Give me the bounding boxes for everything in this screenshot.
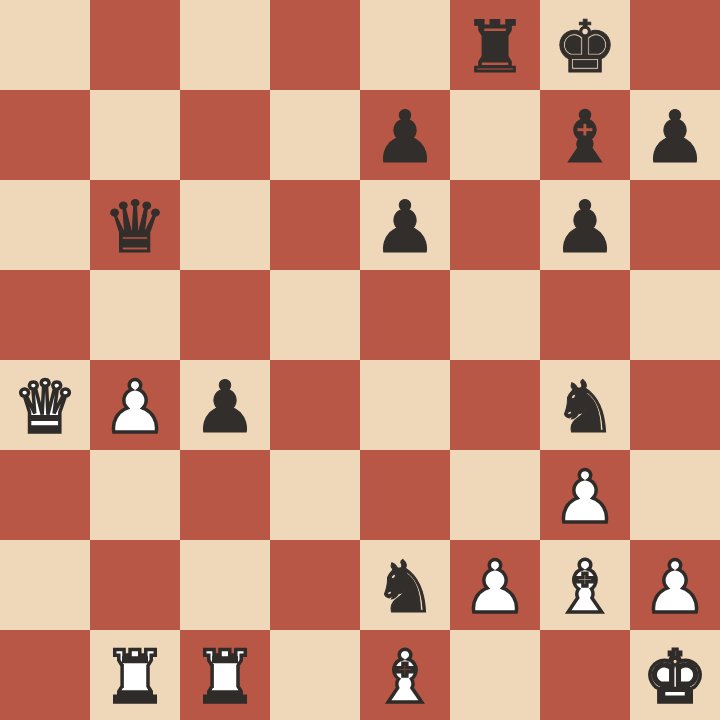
square-g1[interactable] — [540, 630, 630, 720]
square-h5[interactable] — [630, 270, 720, 360]
square-f4[interactable] — [450, 360, 540, 450]
square-a2[interactable] — [0, 540, 90, 630]
square-b3[interactable] — [90, 450, 180, 540]
square-f1[interactable] — [450, 630, 540, 720]
square-a8[interactable] — [0, 0, 90, 90]
square-c2[interactable] — [180, 540, 270, 630]
piece-black-rook-f8[interactable]: ♜︎ — [463, 2, 528, 92]
square-g4[interactable]: ♞︎ — [540, 360, 630, 450]
square-g3[interactable]: ♟︎ — [540, 450, 630, 540]
square-e4[interactable] — [360, 360, 450, 450]
square-f8[interactable]: ♜︎ — [450, 0, 540, 90]
square-f5[interactable] — [450, 270, 540, 360]
square-f2[interactable]: ♟︎ — [450, 540, 540, 630]
square-b6[interactable]: ♛︎ — [90, 180, 180, 270]
piece-black-pawn-g6[interactable]: ♟︎ — [553, 182, 618, 272]
square-e3[interactable] — [360, 450, 450, 540]
square-f3[interactable] — [450, 450, 540, 540]
square-c3[interactable] — [180, 450, 270, 540]
square-c6[interactable] — [180, 180, 270, 270]
square-h1[interactable]: ♚︎ — [630, 630, 720, 720]
square-e1[interactable]: ♝︎ — [360, 630, 450, 720]
square-d3[interactable] — [270, 450, 360, 540]
piece-white-rook-b1[interactable]: ♜︎ — [103, 632, 168, 720]
square-b7[interactable] — [90, 90, 180, 180]
square-b2[interactable] — [90, 540, 180, 630]
piece-black-pawn-e6[interactable]: ♟︎ — [373, 182, 438, 272]
square-h6[interactable] — [630, 180, 720, 270]
square-c5[interactable] — [180, 270, 270, 360]
square-d1[interactable] — [270, 630, 360, 720]
square-b1[interactable]: ♜︎ — [90, 630, 180, 720]
piece-white-queen-a4[interactable]: ♛︎ — [13, 362, 78, 452]
square-b8[interactable] — [90, 0, 180, 90]
square-h2[interactable]: ♟︎ — [630, 540, 720, 630]
piece-white-pawn-b4[interactable]: ♟︎ — [103, 362, 168, 452]
square-g5[interactable] — [540, 270, 630, 360]
square-c1[interactable]: ♜︎ — [180, 630, 270, 720]
square-a1[interactable] — [0, 630, 90, 720]
piece-white-pawn-h2[interactable]: ♟︎ — [643, 542, 708, 632]
square-h4[interactable] — [630, 360, 720, 450]
square-a7[interactable] — [0, 90, 90, 180]
chess-board: ♜︎♚︎♟︎♝︎♟︎♛︎♟︎♟︎♛︎♟︎♟︎♞︎♟︎♞︎♟︎♝︎♟︎♜︎♜︎♝︎… — [0, 0, 720, 720]
piece-white-rook-c1[interactable]: ♜︎ — [193, 632, 258, 720]
square-c4[interactable]: ♟︎ — [180, 360, 270, 450]
piece-white-king-h1[interactable]: ♚︎ — [643, 632, 708, 720]
square-f7[interactable] — [450, 90, 540, 180]
piece-black-pawn-e7[interactable]: ♟︎ — [373, 92, 438, 182]
square-a6[interactable] — [0, 180, 90, 270]
piece-black-queen-b6[interactable]: ♛︎ — [103, 182, 168, 272]
piece-black-knight-g4[interactable]: ♞︎ — [553, 362, 618, 452]
square-g2[interactable]: ♝︎ — [540, 540, 630, 630]
piece-black-pawn-c4[interactable]: ♟︎ — [193, 362, 258, 452]
square-h7[interactable]: ♟︎ — [630, 90, 720, 180]
square-d5[interactable] — [270, 270, 360, 360]
square-e2[interactable]: ♞︎ — [360, 540, 450, 630]
square-b5[interactable] — [90, 270, 180, 360]
square-d2[interactable] — [270, 540, 360, 630]
piece-white-bishop-g2[interactable]: ♝︎ — [553, 542, 618, 632]
square-e8[interactable] — [360, 0, 450, 90]
piece-white-pawn-g3[interactable]: ♟︎ — [553, 452, 618, 542]
square-h3[interactable] — [630, 450, 720, 540]
piece-black-king-g8[interactable]: ♚︎ — [553, 2, 618, 92]
square-g7[interactable]: ♝︎ — [540, 90, 630, 180]
piece-black-bishop-g7[interactable]: ♝︎ — [553, 92, 618, 182]
square-c7[interactable] — [180, 90, 270, 180]
square-d6[interactable] — [270, 180, 360, 270]
square-a3[interactable] — [0, 450, 90, 540]
square-f6[interactable] — [450, 180, 540, 270]
square-g8[interactable]: ♚︎ — [540, 0, 630, 90]
square-g6[interactable]: ♟︎ — [540, 180, 630, 270]
piece-black-knight-e2[interactable]: ♞︎ — [373, 542, 438, 632]
square-h8[interactable] — [630, 0, 720, 90]
square-a4[interactable]: ♛︎ — [0, 360, 90, 450]
square-d4[interactable] — [270, 360, 360, 450]
square-d8[interactable] — [270, 0, 360, 90]
square-b4[interactable]: ♟︎ — [90, 360, 180, 450]
piece-white-bishop-e1[interactable]: ♝︎ — [373, 632, 438, 720]
piece-black-pawn-h7[interactable]: ♟︎ — [643, 92, 708, 182]
square-e7[interactable]: ♟︎ — [360, 90, 450, 180]
square-e6[interactable]: ♟︎ — [360, 180, 450, 270]
square-d7[interactable] — [270, 90, 360, 180]
piece-white-pawn-f2[interactable]: ♟︎ — [463, 542, 528, 632]
square-c8[interactable] — [180, 0, 270, 90]
square-e5[interactable] — [360, 270, 450, 360]
square-a5[interactable] — [0, 270, 90, 360]
